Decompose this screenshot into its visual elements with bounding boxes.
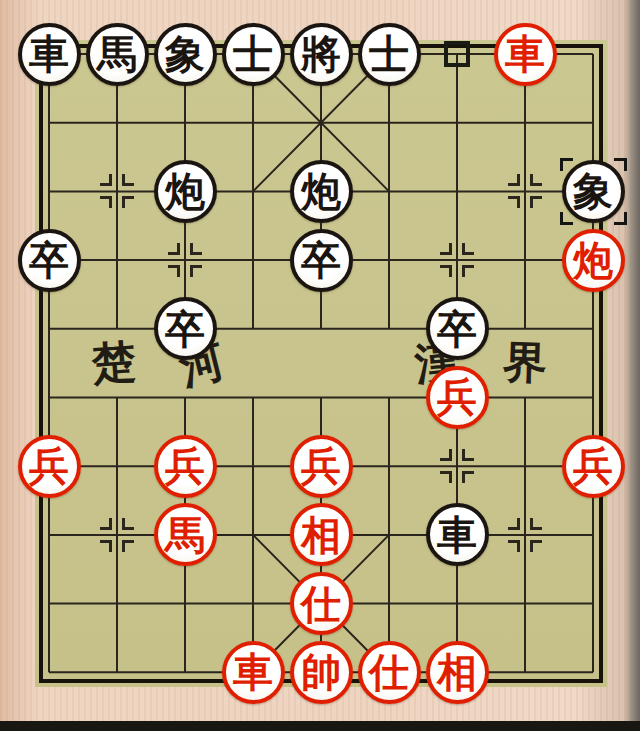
piece-black-chariot[interactable]: 車 xyxy=(426,503,489,566)
piece-black-soldier[interactable]: 卒 xyxy=(18,229,81,292)
piece-black-horse[interactable]: 馬 xyxy=(86,23,149,86)
point-marker xyxy=(168,243,202,277)
piece-black-soldier[interactable]: 卒 xyxy=(290,229,353,292)
piece-black-cannon[interactable]: 炮 xyxy=(290,160,353,223)
point-marker xyxy=(100,518,134,552)
piece-black-elephant[interactable]: 象 xyxy=(154,23,217,86)
piece-red-general[interactable]: 帥 xyxy=(290,641,353,704)
piece-red-elephant[interactable]: 相 xyxy=(426,641,489,704)
board-grid[interactable]: 車馬象士將士車炮炮象卒卒炮卒卒兵兵兵兵兵馬相車仕車帥仕相 xyxy=(15,20,627,707)
piece-black-general[interactable]: 將 xyxy=(290,23,353,86)
piece-black-advisor[interactable]: 士 xyxy=(222,23,285,86)
piece-red-soldier[interactable]: 兵 xyxy=(18,435,81,498)
piece-black-chariot[interactable]: 車 xyxy=(18,23,81,86)
point-marker xyxy=(440,243,474,277)
piece-red-chariot[interactable]: 車 xyxy=(494,23,557,86)
table-edge xyxy=(0,721,640,731)
piece-red-horse[interactable]: 馬 xyxy=(154,503,217,566)
piece-red-cannon[interactable]: 炮 xyxy=(562,229,625,292)
piece-black-soldier[interactable]: 卒 xyxy=(154,297,217,360)
piece-red-soldier[interactable]: 兵 xyxy=(562,435,625,498)
piece-red-soldier[interactable]: 兵 xyxy=(154,435,217,498)
piece-red-advisor[interactable]: 仕 xyxy=(358,641,421,704)
piece-black-cannon[interactable]: 炮 xyxy=(154,160,217,223)
last-move-origin-marker xyxy=(444,41,470,67)
piece-red-soldier[interactable]: 兵 xyxy=(426,366,489,429)
point-marker xyxy=(508,518,542,552)
piece-black-soldier[interactable]: 卒 xyxy=(426,297,489,360)
piece-red-chariot[interactable]: 車 xyxy=(222,641,285,704)
point-marker xyxy=(508,174,542,208)
point-marker xyxy=(100,174,134,208)
piece-red-soldier[interactable]: 兵 xyxy=(290,435,353,498)
selected-piece-marker xyxy=(560,158,627,225)
piece-red-advisor[interactable]: 仕 xyxy=(290,572,353,635)
piece-black-advisor[interactable]: 士 xyxy=(358,23,421,86)
point-marker xyxy=(440,449,474,483)
piece-red-elephant[interactable]: 相 xyxy=(290,503,353,566)
